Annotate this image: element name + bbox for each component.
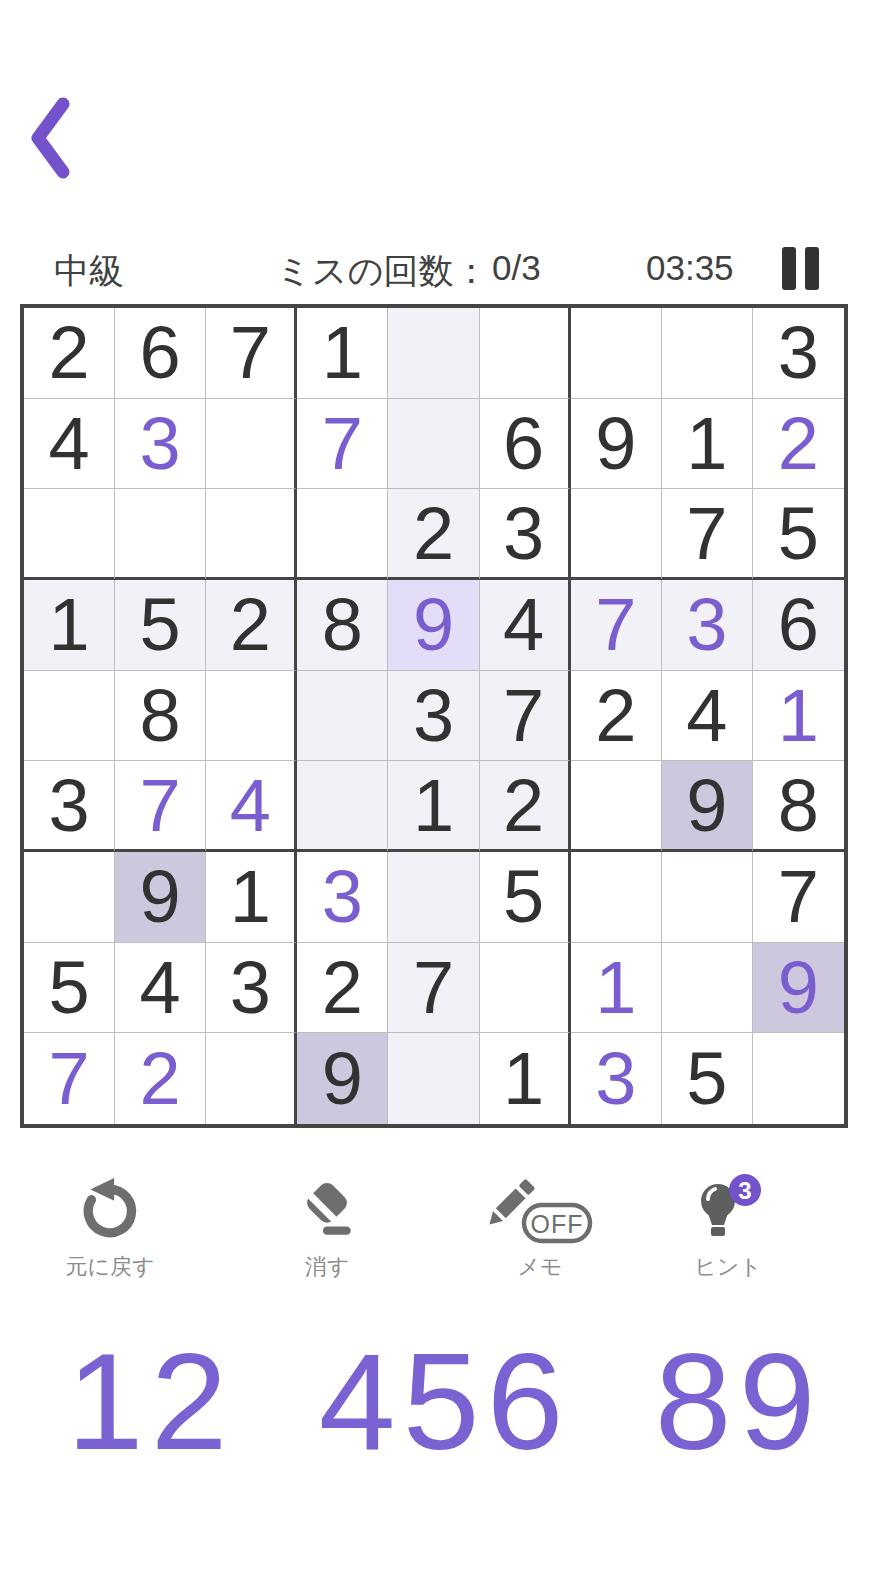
memo-button[interactable]: OFF メモ [455,1170,625,1282]
cell-r3c6[interactable]: 3 [480,489,571,580]
numpad: 1245689 [63,1330,819,1472]
cell-r4c2[interactable]: 5 [115,580,206,671]
cell-r5c3[interactable] [206,671,297,762]
cell-r9c8[interactable]: 5 [662,1033,753,1124]
cell-r8c8[interactable] [662,943,753,1034]
cell-r9c1[interactable]: 7 [24,1033,115,1124]
cell-r3c9[interactable]: 5 [753,489,844,580]
cell-r3c2[interactable] [115,489,206,580]
cell-r7c7[interactable] [571,852,662,943]
cell-r4c1[interactable]: 1 [24,580,115,671]
cell-r6c1[interactable]: 3 [24,761,115,852]
cell-r5c8[interactable]: 4 [662,671,753,762]
lightbulb-icon: 3 [691,1170,765,1248]
cell-r3c4[interactable] [297,489,388,580]
cell-r1c9[interactable]: 3 [753,308,844,399]
cell-r9c6[interactable]: 1 [480,1033,571,1124]
cell-r2c6[interactable]: 6 [480,399,571,490]
cell-r2c7[interactable]: 9 [571,399,662,490]
difficulty-label: 中級 [54,248,124,295]
cell-r2c4[interactable]: 7 [297,399,388,490]
cell-r2c1[interactable]: 4 [24,399,115,490]
pause-icon [805,247,819,290]
cell-r1c7[interactable] [571,308,662,399]
pencil-memo-icon: OFF [484,1170,596,1248]
cell-r2c3[interactable] [206,399,297,490]
cell-r9c3[interactable] [206,1033,297,1124]
cell-r1c3[interactable]: 7 [206,308,297,399]
cell-r3c1[interactable] [24,489,115,580]
cell-r9c2[interactable]: 2 [115,1033,206,1124]
numpad-digit-6[interactable]: 6 [483,1330,567,1472]
cell-r7c8[interactable] [662,852,753,943]
cell-r5c1[interactable] [24,671,115,762]
numpad-digit-1[interactable]: 1 [63,1330,147,1472]
cell-r8c6[interactable] [480,943,571,1034]
pause-icon [782,247,796,290]
cell-r4c6[interactable]: 4 [480,580,571,671]
cell-r7c3[interactable]: 1 [206,852,297,943]
cell-r7c4[interactable]: 3 [297,852,388,943]
cell-r5c9[interactable]: 1 [753,671,844,762]
cell-r5c2[interactable]: 8 [115,671,206,762]
cell-r2c9[interactable]: 2 [753,399,844,490]
cell-r9c4[interactable]: 9 [297,1033,388,1124]
cell-r6c7[interactable] [571,761,662,852]
cell-r8c2[interactable]: 4 [115,943,206,1034]
cell-r8c7[interactable]: 1 [571,943,662,1034]
cell-r7c6[interactable]: 5 [480,852,571,943]
cell-r9c9[interactable] [753,1033,844,1124]
timer: 03:35 [646,248,734,288]
cell-r6c2[interactable]: 7 [115,761,206,852]
cell-r6c9[interactable]: 8 [753,761,844,852]
cell-r1c5[interactable] [388,308,479,399]
cell-r6c6[interactable]: 2 [480,761,571,852]
numpad-digit-4[interactable]: 4 [315,1330,399,1472]
cell-r3c3[interactable] [206,489,297,580]
numpad-digit-8[interactable]: 8 [651,1330,735,1472]
cell-r5c5[interactable]: 3 [388,671,479,762]
cell-r7c1[interactable] [24,852,115,943]
cell-r8c9[interactable]: 9 [753,943,844,1034]
cell-r4c8[interactable]: 3 [662,580,753,671]
cell-r4c7[interactable]: 7 [571,580,662,671]
mistakes-value: 0/3 [492,248,541,288]
cell-r9c5[interactable] [388,1033,479,1124]
cell-r8c5[interactable]: 7 [388,943,479,1034]
cell-r9c7[interactable]: 3 [571,1033,662,1124]
cell-r3c5[interactable]: 2 [388,489,479,580]
chevron-left-icon [38,104,63,172]
cell-r4c5[interactable]: 9 [388,580,479,671]
sudoku-board: 2671343769122375152894736837241374129891… [20,304,848,1128]
hint-count: 3 [738,1177,751,1204]
cell-r1c8[interactable] [662,308,753,399]
cell-r6c5[interactable]: 1 [388,761,479,852]
cell-r4c9[interactable]: 6 [753,580,844,671]
cell-r5c7[interactable]: 2 [571,671,662,762]
cell-r6c4[interactable] [297,761,388,852]
cell-r2c2[interactable]: 3 [115,399,206,490]
cell-r5c4[interactable] [297,671,388,762]
cell-r7c9[interactable]: 7 [753,852,844,943]
cell-r1c1[interactable]: 2 [24,308,115,399]
pause-button[interactable] [782,247,822,291]
cell-r1c4[interactable]: 1 [297,308,388,399]
numpad-digit-2[interactable]: 2 [147,1330,231,1472]
cell-r1c2[interactable]: 6 [115,308,206,399]
hint-button[interactable]: 3 ヒント [643,1170,813,1282]
cell-r8c1[interactable]: 5 [24,943,115,1034]
undo-button[interactable]: 元に戻す [25,1170,195,1282]
numpad-digit-9[interactable]: 9 [735,1330,819,1472]
eraser-icon [294,1170,360,1248]
back-button[interactable] [26,96,74,180]
erase-button[interactable]: 消す [242,1170,412,1282]
cell-r1c6[interactable] [480,308,571,399]
cell-r6c8[interactable]: 9 [662,761,753,852]
cell-r5c6[interactable]: 7 [480,671,571,762]
numpad-empty-slot [567,1330,651,1472]
memo-state: OFF [531,1210,584,1238]
cell-r4c3[interactable]: 2 [206,580,297,671]
undo-icon [77,1170,143,1248]
memo-label: メモ [517,1252,562,1282]
cell-r8c4[interactable]: 2 [297,943,388,1034]
hint-label: ヒント [694,1252,762,1282]
cell-r7c5[interactable] [388,852,479,943]
cell-r3c8[interactable]: 7 [662,489,753,580]
undo-label: 元に戻す [65,1252,154,1282]
erase-label: 消す [305,1252,350,1282]
cell-r2c8[interactable]: 1 [662,399,753,490]
numpad-digit-5[interactable]: 5 [399,1330,483,1472]
cell-r2c5[interactable] [388,399,479,490]
numpad-empty-slot [231,1330,315,1472]
cell-r6c3[interactable]: 4 [206,761,297,852]
mistakes-label: ミスの回数： [276,248,488,295]
cell-r7c2[interactable]: 9 [115,852,206,943]
cell-r8c3[interactable]: 3 [206,943,297,1034]
cell-r3c7[interactable] [571,489,662,580]
cell-r4c4[interactable]: 8 [297,580,388,671]
